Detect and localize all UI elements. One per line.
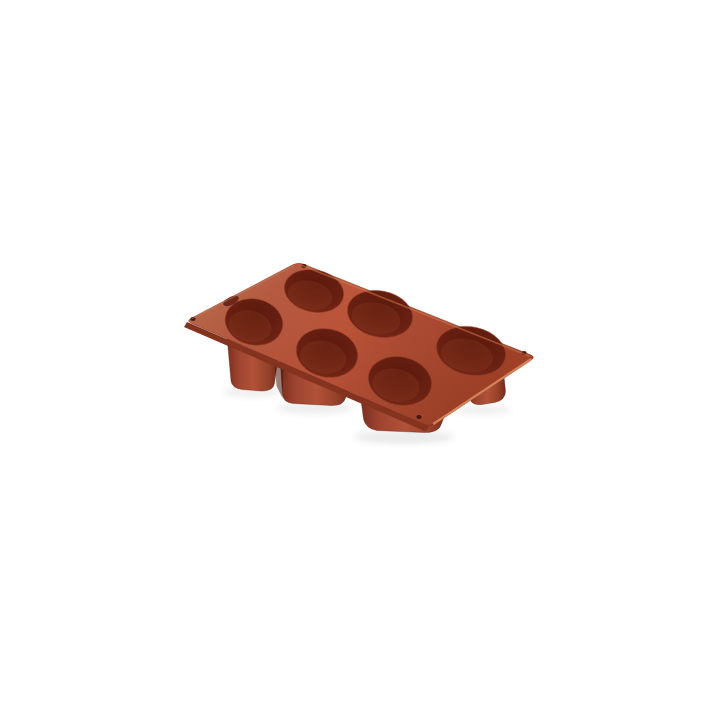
corner-hole (416, 415, 421, 419)
muffin-mold-photo: Terracotta six-cavity silicone muffin ba… (0, 0, 724, 724)
cup-shadow (455, 405, 511, 415)
product-photo-canvas: Terracotta six-cavity silicone muffin ba… (0, 0, 724, 724)
